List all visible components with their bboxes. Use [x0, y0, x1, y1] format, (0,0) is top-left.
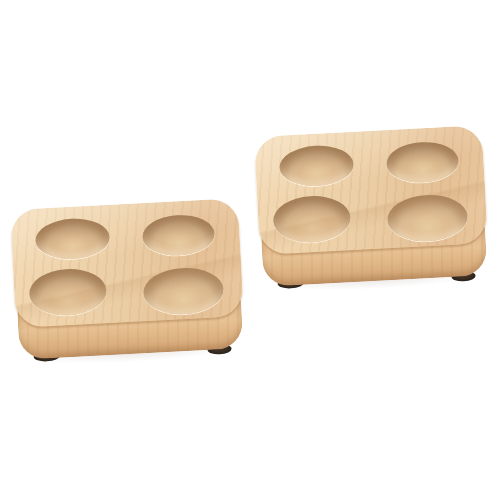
- cup-recess-bottom-right: [386, 193, 468, 243]
- tray-top-face: [254, 125, 488, 255]
- product-photo-scene: [0, 0, 500, 500]
- cup-recess-top-left: [279, 144, 355, 188]
- cup-recess-bottom-left: [272, 194, 351, 244]
- tray-top-face: [10, 198, 244, 328]
- cup-recess-bottom-right: [142, 266, 224, 316]
- cup-recess-top-right: [386, 140, 460, 184]
- cup-recess-top-right: [142, 213, 216, 257]
- wooden-tray-upper-right: [254, 125, 490, 297]
- cup-recess-bottom-left: [28, 267, 107, 317]
- cup-recess-top-left: [35, 217, 111, 261]
- wooden-tray-lower-left: [10, 198, 246, 370]
